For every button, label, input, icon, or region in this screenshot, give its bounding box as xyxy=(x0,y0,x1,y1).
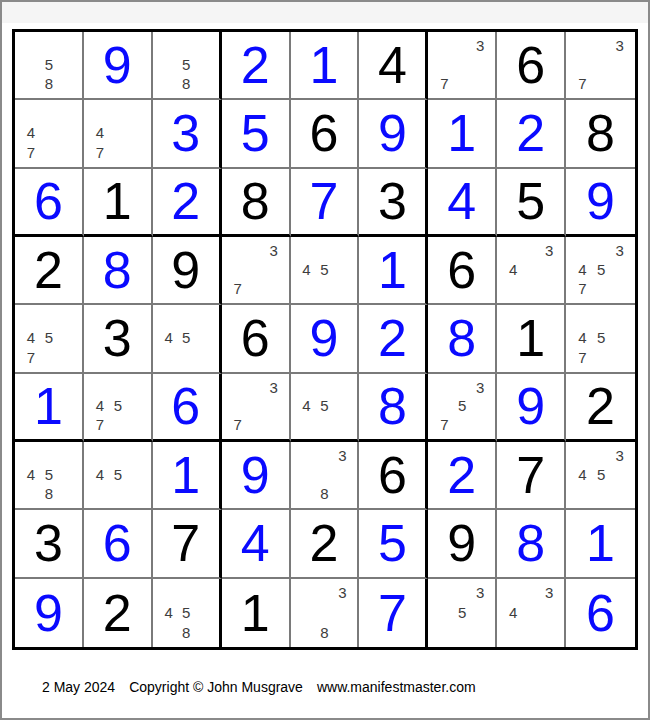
cell-r2c6[interactable]: 9 xyxy=(359,100,428,168)
pencil-slot-8 xyxy=(177,348,195,367)
pencil-marks: 37 xyxy=(222,237,289,303)
cell-r5c6[interactable]: 2 xyxy=(359,305,428,373)
pencil-slot-9 xyxy=(471,415,489,434)
entered-digit: 6 xyxy=(84,510,151,576)
pencil-slot-5: 5 xyxy=(316,260,334,279)
pencil-slot-5: 5 xyxy=(177,55,195,74)
pencil-slot-8 xyxy=(109,415,127,434)
entered-digit: 2 xyxy=(153,169,219,234)
pencil-slot-7: 7 xyxy=(435,415,453,434)
pencil-slot-9 xyxy=(471,622,489,642)
given-digit: 7 xyxy=(153,510,219,576)
cell-r1c7[interactable]: 37 xyxy=(428,32,497,100)
pencil-slot-9 xyxy=(127,415,145,434)
pencil-slot-6 xyxy=(471,602,489,622)
pencil-slot-7: 7 xyxy=(573,348,592,367)
pencil-slot-6 xyxy=(58,123,76,142)
pencil-slot-1 xyxy=(22,309,40,328)
pencil-slot-9 xyxy=(265,279,283,298)
pencil-slot-7 xyxy=(22,484,40,503)
cell-r5c5[interactable]: 9 xyxy=(291,305,360,373)
pencil-slot-6 xyxy=(333,396,351,415)
pencil-slot-5: 5 xyxy=(177,602,195,622)
pencil-slot-8 xyxy=(592,484,611,503)
pencil-slot-5 xyxy=(109,123,127,142)
pencil-slot-3 xyxy=(610,309,629,328)
pencil-slot-6 xyxy=(333,602,351,622)
cell-r9c3[interactable]: 458 xyxy=(153,579,222,647)
cell-r2c7[interactable]: 1 xyxy=(428,100,497,168)
pencil-slot-9 xyxy=(333,279,351,298)
pencil-slot-1 xyxy=(298,583,316,603)
pencil-slot-9 xyxy=(265,415,283,434)
pencil-slot-5 xyxy=(247,396,265,415)
cell-r4c3[interactable]: 9 xyxy=(153,237,222,305)
pencil-marks: 45 xyxy=(291,237,358,303)
footer-copyright: Copyright © John Musgrave xyxy=(129,679,303,695)
cell-r7c6[interactable]: 6 xyxy=(359,442,428,510)
cell-r7c2[interactable]: 45 xyxy=(84,442,153,510)
pencil-slot-4: 4 xyxy=(504,602,522,622)
entered-digit: 9 xyxy=(84,32,151,98)
cell-r6c7[interactable]: 357 xyxy=(428,374,497,442)
pencil-slot-8 xyxy=(247,279,265,298)
cell-r7c9[interactable]: 345 xyxy=(566,442,635,510)
pencil-slot-2 xyxy=(40,446,58,465)
cell-r7c7[interactable]: 2 xyxy=(428,442,497,510)
pencil-slot-2 xyxy=(316,446,334,465)
pencil-slot-2 xyxy=(592,446,611,465)
entered-digit: 1 xyxy=(566,510,635,576)
pencil-marks: 458 xyxy=(153,579,219,647)
pencil-slot-6 xyxy=(540,602,558,622)
pencil-slot-7: 7 xyxy=(91,143,109,162)
pencil-slot-8 xyxy=(522,279,540,298)
pencil-slot-3: 3 xyxy=(610,241,629,260)
pencil-slot-4: 4 xyxy=(160,328,178,347)
pencil-slot-5: 5 xyxy=(592,328,611,347)
cell-r6c1[interactable]: 1 xyxy=(15,374,84,442)
entered-digit: 8 xyxy=(359,374,425,439)
given-digit: 6 xyxy=(359,442,425,508)
pencil-slot-1 xyxy=(229,378,247,397)
pencil-slot-6 xyxy=(610,328,629,347)
cell-r1c3[interactable]: 58 xyxy=(153,32,222,100)
pencil-marks: 45 xyxy=(153,305,219,371)
cell-r3c3[interactable]: 2 xyxy=(153,169,222,237)
pencil-slot-4 xyxy=(229,396,247,415)
cell-r8c9[interactable]: 1 xyxy=(566,510,635,578)
cell-r9c7[interactable]: 35 xyxy=(428,579,497,647)
pencil-marks: 37 xyxy=(222,374,289,439)
pencil-marks: 47 xyxy=(15,100,82,166)
cell-r2c8[interactable]: 2 xyxy=(497,100,566,168)
pencil-slot-3: 3 xyxy=(333,446,351,465)
cell-r2c4[interactable]: 5 xyxy=(222,100,291,168)
cell-r8c4[interactable]: 4 xyxy=(222,510,291,578)
entered-digit: 9 xyxy=(15,579,82,647)
pencil-slot-5: 5 xyxy=(453,396,471,415)
cell-r9c2[interactable]: 2 xyxy=(84,579,153,647)
pencil-slot-7 xyxy=(298,484,316,503)
cell-r1c2[interactable]: 9 xyxy=(84,32,153,100)
cell-r9c9[interactable]: 6 xyxy=(566,579,635,647)
pencil-marks: 357 xyxy=(428,374,495,439)
pencil-slot-5 xyxy=(316,602,334,622)
pencil-slot-9 xyxy=(58,143,76,162)
cell-r3c1[interactable]: 6 xyxy=(15,169,84,237)
cell-r6c9[interactable]: 2 xyxy=(566,374,635,442)
cell-r8c7[interactable]: 9 xyxy=(428,510,497,578)
pencil-slot-6 xyxy=(127,465,145,484)
given-digit: 1 xyxy=(84,169,151,234)
pencil-slot-8 xyxy=(247,415,265,434)
cell-r6c6[interactable]: 8 xyxy=(359,374,428,442)
pencil-slot-5 xyxy=(40,123,58,142)
cell-r6c5[interactable]: 45 xyxy=(291,374,360,442)
pencil-marks: 45 xyxy=(84,442,151,508)
pencil-slot-2 xyxy=(522,241,540,260)
pencil-slot-1 xyxy=(573,241,592,260)
cell-r9c6[interactable]: 7 xyxy=(359,579,428,647)
pencil-slot-2 xyxy=(592,36,611,55)
pencil-slot-6 xyxy=(58,328,76,347)
entered-digit: 7 xyxy=(291,169,358,234)
pencil-slot-8: 8 xyxy=(40,484,58,503)
pencil-slot-8 xyxy=(316,415,334,434)
pencil-slot-1 xyxy=(435,36,453,55)
pencil-slot-9 xyxy=(58,484,76,503)
pencil-slot-3: 3 xyxy=(610,446,629,465)
pencil-slot-1 xyxy=(160,36,178,55)
pencil-slot-2 xyxy=(453,583,471,603)
cell-r1c8[interactable]: 6 xyxy=(497,32,566,100)
cell-r8c2[interactable]: 6 xyxy=(84,510,153,578)
pencil-slot-5: 5 xyxy=(453,602,471,622)
pencil-slot-9 xyxy=(127,143,145,162)
pencil-slot-8 xyxy=(592,279,611,298)
entered-digit: 1 xyxy=(291,32,358,98)
cell-r1c4[interactable]: 2 xyxy=(222,32,291,100)
pencil-slot-2 xyxy=(109,446,127,465)
pencil-slot-6 xyxy=(610,260,629,279)
pencil-slot-1 xyxy=(504,241,522,260)
cell-r9c4[interactable]: 1 xyxy=(222,579,291,647)
pencil-slot-9 xyxy=(540,279,558,298)
pencil-slot-9 xyxy=(610,279,629,298)
pencil-slot-8: 8 xyxy=(177,622,195,642)
cell-r7c3[interactable]: 1 xyxy=(153,442,222,510)
cell-r4c7[interactable]: 6 xyxy=(428,237,497,305)
sudoku-board: 5895821437637474735691286128734592893745… xyxy=(12,29,638,650)
cell-r8c3[interactable]: 7 xyxy=(153,510,222,578)
cell-r5c7[interactable]: 8 xyxy=(428,305,497,373)
pencil-slot-2 xyxy=(247,241,265,260)
pencil-slot-6 xyxy=(58,55,76,74)
pencil-slot-3: 3 xyxy=(471,583,489,603)
pencil-slot-7 xyxy=(504,279,522,298)
pencil-slot-6 xyxy=(58,465,76,484)
entered-digit: 9 xyxy=(497,374,564,439)
entered-digit: 4 xyxy=(428,169,495,234)
cell-r1c6[interactable]: 4 xyxy=(359,32,428,100)
pencil-marks: 457 xyxy=(84,374,151,439)
cell-r9c8[interactable]: 34 xyxy=(497,579,566,647)
pencil-slot-8: 8 xyxy=(316,622,334,642)
pencil-slot-4 xyxy=(435,396,453,415)
pencil-slot-7 xyxy=(298,415,316,434)
entered-digit: 9 xyxy=(222,442,289,508)
pencil-slot-1 xyxy=(435,583,453,603)
pencil-marks: 38 xyxy=(291,579,358,647)
pencil-slot-3: 3 xyxy=(265,241,283,260)
pencil-slot-7 xyxy=(435,622,453,642)
cell-r4c9[interactable]: 3457 xyxy=(566,237,635,305)
cell-r7c4[interactable]: 9 xyxy=(222,442,291,510)
pencil-slot-2 xyxy=(177,309,195,328)
given-digit: 2 xyxy=(566,374,635,439)
given-digit: 4 xyxy=(359,32,425,98)
entered-digit: 4 xyxy=(222,510,289,576)
pencil-slot-2 xyxy=(247,378,265,397)
pencil-slot-6 xyxy=(333,465,351,484)
cell-r4c4[interactable]: 37 xyxy=(222,237,291,305)
pencil-slot-8: 8 xyxy=(316,484,334,503)
cell-r4c2[interactable]: 8 xyxy=(84,237,153,305)
pencil-slot-5: 5 xyxy=(40,465,58,484)
pencil-slot-4 xyxy=(435,602,453,622)
pencil-slot-6 xyxy=(540,260,558,279)
cell-r2c9[interactable]: 8 xyxy=(566,100,635,168)
pencil-slot-4: 4 xyxy=(91,465,109,484)
pencil-slot-4 xyxy=(22,55,40,74)
pencil-slot-1 xyxy=(91,378,109,397)
top-band xyxy=(2,2,648,23)
cell-r1c9[interactable]: 37 xyxy=(566,32,635,100)
pencil-slot-4 xyxy=(435,55,453,74)
entered-digit: 2 xyxy=(497,100,564,166)
pencil-slot-7 xyxy=(160,74,178,93)
pencil-slot-3: 3 xyxy=(333,583,351,603)
pencil-slot-3: 3 xyxy=(471,36,489,55)
cell-r9c1[interactable]: 9 xyxy=(15,579,84,647)
pencil-slot-4: 4 xyxy=(298,260,316,279)
pencil-slot-2 xyxy=(177,583,195,603)
cell-r2c1[interactable]: 47 xyxy=(15,100,84,168)
given-digit: 3 xyxy=(15,510,82,576)
cell-r3c5[interactable]: 7 xyxy=(291,169,360,237)
pencil-marks: 37 xyxy=(566,32,635,98)
pencil-slot-2 xyxy=(453,36,471,55)
cell-r5c8[interactable]: 1 xyxy=(497,305,566,373)
given-digit: 6 xyxy=(428,237,495,303)
pencil-slot-8 xyxy=(109,484,127,503)
pencil-slot-7: 7 xyxy=(573,279,592,298)
cell-r3c9[interactable]: 9 xyxy=(566,169,635,237)
cell-r6c8[interactable]: 9 xyxy=(497,374,566,442)
pencil-slot-1 xyxy=(298,378,316,397)
pencil-slot-4: 4 xyxy=(91,123,109,142)
pencil-slot-5: 5 xyxy=(109,396,127,415)
pencil-marks: 3457 xyxy=(566,237,635,303)
pencil-slot-1 xyxy=(573,309,592,328)
pencil-slot-3 xyxy=(127,104,145,123)
pencil-slot-2 xyxy=(316,378,334,397)
cell-r3c7[interactable]: 4 xyxy=(428,169,497,237)
pencil-slot-1 xyxy=(435,378,453,397)
cell-r7c1[interactable]: 458 xyxy=(15,442,84,510)
cell-r2c2[interactable]: 47 xyxy=(84,100,153,168)
footer: 2 May 2024 Copyright © John Musgrave www… xyxy=(42,679,476,695)
pencil-slot-9 xyxy=(127,484,145,503)
pencil-slot-8 xyxy=(316,279,334,298)
cell-r5c2[interactable]: 3 xyxy=(84,305,153,373)
pencil-slot-6 xyxy=(195,55,213,74)
pencil-slot-4: 4 xyxy=(22,123,40,142)
cell-r5c4[interactable]: 6 xyxy=(222,305,291,373)
cell-r6c3[interactable]: 6 xyxy=(153,374,222,442)
entered-digit: 1 xyxy=(428,100,495,166)
cell-r4c5[interactable]: 45 xyxy=(291,237,360,305)
given-digit: 6 xyxy=(291,100,358,166)
pencil-marks: 457 xyxy=(15,305,82,371)
cell-r8c5[interactable]: 2 xyxy=(291,510,360,578)
pencil-slot-9 xyxy=(610,484,629,503)
cell-r6c4[interactable]: 37 xyxy=(222,374,291,442)
cell-r1c5[interactable]: 1 xyxy=(291,32,360,100)
cell-r3c2[interactable]: 1 xyxy=(84,169,153,237)
pencil-slot-1 xyxy=(229,241,247,260)
pencil-slot-1 xyxy=(504,583,522,603)
cell-r5c3[interactable]: 45 xyxy=(153,305,222,373)
pencil-slot-8 xyxy=(40,348,58,367)
entered-digit: 1 xyxy=(359,237,425,303)
pencil-slot-2 xyxy=(109,104,127,123)
pencil-slot-3 xyxy=(58,104,76,123)
pencil-slot-4: 4 xyxy=(573,465,592,484)
pencil-slot-2 xyxy=(40,309,58,328)
entered-digit: 1 xyxy=(15,374,82,439)
pencil-slot-1 xyxy=(298,241,316,260)
pencil-slot-6 xyxy=(471,396,489,415)
given-digit: 1 xyxy=(222,579,289,647)
cell-r1c1[interactable]: 58 xyxy=(15,32,84,100)
cell-r5c1[interactable]: 457 xyxy=(15,305,84,373)
pencil-slot-2 xyxy=(316,241,334,260)
entered-digit: 2 xyxy=(222,32,289,98)
cell-r4c6[interactable]: 1 xyxy=(359,237,428,305)
pencil-slot-7: 7 xyxy=(91,415,109,434)
pencil-marks: 38 xyxy=(291,442,358,508)
footer-website: www.manifestmaster.com xyxy=(317,679,476,695)
pencil-slot-4: 4 xyxy=(573,328,592,347)
pencil-marks: 34 xyxy=(497,579,564,647)
pencil-slot-1 xyxy=(160,583,178,603)
pencil-slot-4: 4 xyxy=(298,396,316,415)
pencil-slot-9 xyxy=(471,74,489,93)
pencil-slot-7 xyxy=(298,279,316,298)
pencil-slot-3: 3 xyxy=(265,378,283,397)
cell-r2c5[interactable]: 6 xyxy=(291,100,360,168)
cell-r4c1[interactable]: 2 xyxy=(15,237,84,305)
pencil-slot-4: 4 xyxy=(573,260,592,279)
pencil-slot-7 xyxy=(22,74,40,93)
pencil-slot-5: 5 xyxy=(592,260,611,279)
cell-r3c6[interactable]: 3 xyxy=(359,169,428,237)
footer-date: 2 May 2024 xyxy=(42,679,115,695)
pencil-slot-7: 7 xyxy=(22,143,40,162)
pencil-slot-3: 3 xyxy=(540,241,558,260)
given-digit: 5 xyxy=(497,169,564,234)
pencil-slot-4: 4 xyxy=(504,260,522,279)
pencil-slot-8 xyxy=(40,143,58,162)
pencil-slot-7 xyxy=(160,622,178,642)
pencil-slot-7 xyxy=(573,484,592,503)
pencil-marks: 34 xyxy=(497,237,564,303)
cell-r9c5[interactable]: 38 xyxy=(291,579,360,647)
cell-r4c8[interactable]: 34 xyxy=(497,237,566,305)
pencil-slot-4 xyxy=(160,55,178,74)
pencil-marks: 458 xyxy=(15,442,82,508)
cell-r3c8[interactable]: 5 xyxy=(497,169,566,237)
pencil-marks: 58 xyxy=(15,32,82,98)
pencil-slot-4: 4 xyxy=(22,465,40,484)
cell-r6c2[interactable]: 457 xyxy=(84,374,153,442)
cell-r3c4[interactable]: 8 xyxy=(222,169,291,237)
entered-digit: 2 xyxy=(428,442,495,508)
pencil-slot-2 xyxy=(40,104,58,123)
pencil-slot-3: 3 xyxy=(471,378,489,397)
given-digit: 3 xyxy=(84,305,151,371)
pencil-slot-4: 4 xyxy=(160,602,178,622)
cell-r7c5[interactable]: 38 xyxy=(291,442,360,510)
cell-r7c8[interactable]: 7 xyxy=(497,442,566,510)
pencil-slot-1 xyxy=(298,446,316,465)
pencil-slot-9 xyxy=(195,622,213,642)
pencil-slot-8 xyxy=(453,74,471,93)
given-digit: 1 xyxy=(497,305,564,371)
pencil-slot-7 xyxy=(160,348,178,367)
entered-digit: 8 xyxy=(84,237,151,303)
cell-r5c9[interactable]: 457 xyxy=(566,305,635,373)
cell-r2c3[interactable]: 3 xyxy=(153,100,222,168)
pencil-slot-5: 5 xyxy=(592,465,611,484)
pencil-slot-6 xyxy=(610,465,629,484)
pencil-slot-4: 4 xyxy=(22,328,40,347)
pencil-slot-8 xyxy=(109,143,127,162)
pencil-slot-3: 3 xyxy=(540,583,558,603)
pencil-slot-6 xyxy=(265,396,283,415)
cell-r8c8[interactable]: 8 xyxy=(497,510,566,578)
pencil-slot-2 xyxy=(592,241,611,260)
pencil-slot-4: 4 xyxy=(91,396,109,415)
entered-digit: 2 xyxy=(359,305,425,371)
cell-r8c6[interactable]: 5 xyxy=(359,510,428,578)
cell-r8c1[interactable]: 3 xyxy=(15,510,84,578)
pencil-marks: 35 xyxy=(428,579,495,647)
entered-digit: 6 xyxy=(566,579,635,647)
given-digit: 2 xyxy=(291,510,358,576)
pencil-slot-6 xyxy=(471,55,489,74)
pencil-slot-6 xyxy=(333,260,351,279)
pencil-slot-5 xyxy=(247,260,265,279)
pencil-slot-6 xyxy=(195,328,213,347)
entered-digit: 9 xyxy=(359,100,425,166)
pencil-marks: 457 xyxy=(566,305,635,371)
pencil-marks: 37 xyxy=(428,32,495,98)
given-digit: 2 xyxy=(15,237,82,303)
entered-digit: 6 xyxy=(15,169,82,234)
